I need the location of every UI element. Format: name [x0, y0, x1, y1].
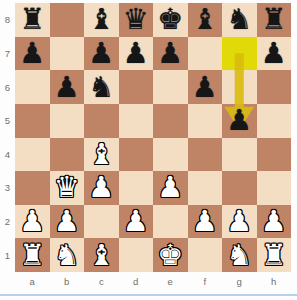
square-b1[interactable]: ♞ — [50, 238, 85, 272]
square-g6[interactable] — [222, 70, 257, 104]
file-label-g: g — [222, 274, 257, 288]
rank-label-2: 2 — [0, 205, 15, 239]
rank-label-8: 8 — [0, 3, 15, 37]
piece-black-knight[interactable]: ♞ — [226, 5, 252, 34]
chess-board: ♜♝♛♚♝♞♜♟♟♟♟♟♟♞♟♟♝♛♟♟♟♟♟♟♟♟♜♞♝♚♞♜ — [15, 3, 291, 272]
square-g8[interactable]: ♞ — [222, 3, 257, 37]
square-e7[interactable]: ♟ — [153, 37, 188, 71]
piece-white-bishop[interactable]: ♝ — [88, 140, 114, 169]
piece-black-king[interactable]: ♚ — [157, 5, 183, 34]
rank-label-4: 4 — [0, 138, 15, 172]
square-b5[interactable] — [50, 104, 85, 138]
square-h5[interactable] — [257, 104, 292, 138]
square-d1[interactable] — [119, 238, 154, 272]
square-c5[interactable] — [84, 104, 119, 138]
piece-black-pawn[interactable]: ♟ — [54, 73, 80, 102]
square-a8[interactable]: ♜ — [15, 3, 50, 37]
piece-black-pawn[interactable]: ♟ — [261, 39, 287, 68]
square-b7[interactable] — [50, 37, 85, 71]
piece-black-queen[interactable]: ♛ — [123, 5, 149, 34]
piece-white-king[interactable]: ♚ — [157, 241, 183, 270]
square-b6[interactable]: ♟ — [50, 70, 85, 104]
square-h4[interactable] — [257, 138, 292, 172]
rank-label-5: 5 — [0, 104, 15, 138]
square-e1[interactable]: ♚ — [153, 238, 188, 272]
square-d6[interactable] — [119, 70, 154, 104]
square-d4[interactable] — [119, 138, 154, 172]
square-e3[interactable]: ♟ — [153, 171, 188, 205]
piece-black-bishop[interactable]: ♝ — [192, 5, 218, 34]
piece-black-pawn[interactable]: ♟ — [226, 106, 252, 135]
rank-label-1: 1 — [0, 238, 15, 272]
file-label-c: c — [84, 274, 119, 288]
square-g3[interactable] — [222, 171, 257, 205]
square-f3[interactable] — [188, 171, 223, 205]
file-label-e: e — [153, 274, 188, 288]
square-d2[interactable]: ♟ — [119, 205, 154, 239]
piece-black-pawn[interactable]: ♟ — [192, 73, 218, 102]
piece-white-pawn[interactable]: ♟ — [123, 207, 149, 236]
square-c4[interactable]: ♝ — [84, 138, 119, 172]
square-e2[interactable] — [153, 205, 188, 239]
square-g4[interactable] — [222, 138, 257, 172]
square-h8[interactable]: ♜ — [257, 3, 292, 37]
square-e4[interactable] — [153, 138, 188, 172]
file-label-a: a — [15, 274, 50, 288]
square-f7[interactable] — [188, 37, 223, 71]
square-g1[interactable]: ♞ — [222, 238, 257, 272]
piece-white-queen[interactable]: ♛ — [54, 173, 80, 202]
square-f8[interactable]: ♝ — [188, 3, 223, 37]
square-c2[interactable] — [84, 205, 119, 239]
piece-white-bishop[interactable]: ♝ — [88, 241, 114, 270]
square-g7[interactable] — [222, 37, 257, 71]
rank-label-3: 3 — [0, 171, 15, 205]
piece-black-rook[interactable]: ♜ — [19, 5, 45, 34]
piece-black-pawn[interactable]: ♟ — [123, 39, 149, 68]
piece-white-pawn[interactable]: ♟ — [261, 207, 287, 236]
square-d3[interactable] — [119, 171, 154, 205]
piece-black-rook[interactable]: ♜ — [261, 5, 287, 34]
square-g2[interactable]: ♟ — [222, 205, 257, 239]
piece-white-pawn[interactable]: ♟ — [19, 207, 45, 236]
square-a3[interactable] — [15, 171, 50, 205]
square-e5[interactable] — [153, 104, 188, 138]
piece-white-rook[interactable]: ♜ — [19, 241, 45, 270]
square-b2[interactable]: ♟ — [50, 205, 85, 239]
square-g5[interactable]: ♟ — [222, 104, 257, 138]
file-label-f: f — [188, 274, 223, 288]
piece-black-pawn[interactable]: ♟ — [19, 39, 45, 68]
square-a4[interactable] — [15, 138, 50, 172]
file-label-d: d — [119, 274, 154, 288]
file-labels: abcdefgh — [15, 274, 291, 288]
square-c7[interactable]: ♟ — [84, 37, 119, 71]
square-c8[interactable]: ♝ — [84, 3, 119, 37]
square-h2[interactable]: ♟ — [257, 205, 292, 239]
square-h3[interactable] — [257, 171, 292, 205]
piece-white-rook[interactable]: ♜ — [261, 241, 287, 270]
piece-black-knight[interactable]: ♞ — [88, 73, 114, 102]
square-h1[interactable]: ♜ — [257, 238, 292, 272]
square-f1[interactable] — [188, 238, 223, 272]
piece-white-pawn[interactable]: ♟ — [192, 207, 218, 236]
square-a5[interactable] — [15, 104, 50, 138]
square-c6[interactable]: ♞ — [84, 70, 119, 104]
file-label-h: h — [257, 274, 292, 288]
separator-line — [0, 294, 297, 296]
square-f2[interactable]: ♟ — [188, 205, 223, 239]
piece-black-pawn[interactable]: ♟ — [157, 39, 183, 68]
rank-label-7: 7 — [0, 37, 15, 71]
square-f4[interactable] — [188, 138, 223, 172]
piece-white-pawn[interactable]: ♟ — [54, 207, 80, 236]
piece-white-knight[interactable]: ♞ — [54, 241, 80, 270]
square-a1[interactable]: ♜ — [15, 238, 50, 272]
square-a2[interactable]: ♟ — [15, 205, 50, 239]
square-c1[interactable]: ♝ — [84, 238, 119, 272]
square-a6[interactable] — [15, 70, 50, 104]
piece-white-knight[interactable]: ♞ — [226, 241, 252, 270]
square-b3[interactable]: ♛ — [50, 171, 85, 205]
piece-white-pawn[interactable]: ♟ — [88, 173, 114, 202]
square-h6[interactable] — [257, 70, 292, 104]
square-c3[interactable]: ♟ — [84, 171, 119, 205]
square-a7[interactable]: ♟ — [15, 37, 50, 71]
square-b4[interactable] — [50, 138, 85, 172]
piece-black-bishop[interactable]: ♝ — [88, 5, 114, 34]
square-h7[interactable]: ♟ — [257, 37, 292, 71]
square-e8[interactable]: ♚ — [153, 3, 188, 37]
piece-white-pawn[interactable]: ♟ — [226, 207, 252, 236]
piece-white-pawn[interactable]: ♟ — [157, 173, 183, 202]
square-f5[interactable] — [188, 104, 223, 138]
square-f6[interactable]: ♟ — [188, 70, 223, 104]
rank-label-6: 6 — [0, 70, 15, 104]
square-d7[interactable]: ♟ — [119, 37, 154, 71]
chess-board-screenshot: 87654321 ♜♝♛♚♝♞♜♟♟♟♟♟♟♞♟♟♝♛♟♟♟♟♟♟♟♟♜♞♝♚♞… — [0, 0, 297, 300]
square-b8[interactable] — [50, 3, 85, 37]
file-label-b: b — [50, 274, 85, 288]
square-d5[interactable] — [119, 104, 154, 138]
rank-labels: 87654321 — [0, 3, 15, 272]
piece-black-pawn[interactable]: ♟ — [88, 39, 114, 68]
square-e6[interactable] — [153, 70, 188, 104]
square-d8[interactable]: ♛ — [119, 3, 154, 37]
